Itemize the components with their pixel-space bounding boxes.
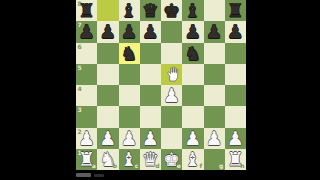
black-pawn[interactable]: ♟: [76, 21, 97, 42]
white-pawn[interactable]: ♟: [140, 128, 161, 149]
square-f7[interactable]: ♟: [182, 21, 203, 42]
white-rook[interactable]: ♜: [76, 149, 97, 170]
square-d5[interactable]: [140, 64, 161, 85]
square-c6[interactable]: ♞: [119, 43, 140, 64]
black-pawn[interactable]: ♟: [97, 21, 118, 42]
white-pawn[interactable]: ♟: [161, 85, 182, 106]
square-a8[interactable]: 8♜: [76, 0, 97, 21]
square-b4[interactable]: [97, 85, 118, 106]
square-g7[interactable]: ♟: [204, 21, 225, 42]
white-pawn[interactable]: ♟: [119, 128, 140, 149]
black-bishop[interactable]: ♝: [182, 0, 203, 21]
black-pawn[interactable]: ♟: [225, 21, 246, 42]
square-d2[interactable]: ♟: [140, 128, 161, 149]
black-bishop[interactable]: ♝: [119, 0, 140, 21]
black-rook[interactable]: ♜: [225, 0, 246, 21]
square-b5[interactable]: [97, 64, 118, 85]
black-pawn[interactable]: ♟: [119, 21, 140, 42]
square-f6[interactable]: ♞: [182, 43, 203, 64]
rank-label-5: 5: [78, 65, 82, 71]
square-e5[interactable]: [161, 64, 182, 85]
square-h6[interactable]: [225, 43, 246, 64]
square-c4[interactable]: [119, 85, 140, 106]
black-king[interactable]: ♚: [161, 0, 182, 21]
square-c3[interactable]: [119, 106, 140, 127]
square-d1[interactable]: d♛: [140, 149, 161, 170]
square-c2[interactable]: ♟: [119, 128, 140, 149]
square-g5[interactable]: [204, 64, 225, 85]
square-b7[interactable]: ♟: [97, 21, 118, 42]
square-h3[interactable]: [225, 106, 246, 127]
square-g8[interactable]: [204, 0, 225, 21]
white-pawn[interactable]: ♟: [204, 128, 225, 149]
white-pawn[interactable]: ♟: [182, 128, 203, 149]
square-e6[interactable]: [161, 43, 182, 64]
white-bishop[interactable]: ♝: [119, 149, 140, 170]
square-f2[interactable]: ♟: [182, 128, 203, 149]
square-h2[interactable]: ♟: [225, 128, 246, 149]
square-d6[interactable]: [140, 43, 161, 64]
square-f3[interactable]: [182, 106, 203, 127]
square-g2[interactable]: ♟: [204, 128, 225, 149]
square-h1[interactable]: h♜: [225, 149, 246, 170]
square-a1[interactable]: 1a♜: [76, 149, 97, 170]
square-c7[interactable]: ♟: [119, 21, 140, 42]
white-king[interactable]: ♚: [161, 149, 182, 170]
square-a7[interactable]: 7♟: [76, 21, 97, 42]
square-b3[interactable]: [97, 106, 118, 127]
square-f8[interactable]: ♝: [182, 0, 203, 21]
chess-board: 8♜♝♛♚♝♜7♟♟♟♟♟♟♟6♞♞54♟32♟♟♟♟♟♟♟1a♜b♞c♝d♛e…: [76, 0, 246, 170]
black-pawn[interactable]: ♟: [204, 21, 225, 42]
bottom-bar-artifact: [76, 173, 91, 177]
file-label-g: g: [219, 163, 223, 169]
square-a3[interactable]: 3: [76, 106, 97, 127]
black-knight[interactable]: ♞: [119, 43, 140, 64]
square-c8[interactable]: ♝: [119, 0, 140, 21]
white-pawn[interactable]: ♟: [76, 128, 97, 149]
square-h5[interactable]: [225, 64, 246, 85]
square-c1[interactable]: c♝: [119, 149, 140, 170]
bottom-bar-artifact: [94, 174, 104, 177]
square-e3[interactable]: [161, 106, 182, 127]
square-h4[interactable]: [225, 85, 246, 106]
white-knight[interactable]: ♞: [97, 149, 118, 170]
square-g1[interactable]: g: [204, 149, 225, 170]
square-e7[interactable]: [161, 21, 182, 42]
white-pawn[interactable]: ♟: [97, 128, 118, 149]
square-b6[interactable]: [97, 43, 118, 64]
square-d3[interactable]: [140, 106, 161, 127]
square-g3[interactable]: [204, 106, 225, 127]
square-a4[interactable]: 4: [76, 85, 97, 106]
black-rook[interactable]: ♜: [76, 0, 97, 21]
square-b8[interactable]: [97, 0, 118, 21]
bottom-letterbox-bar: [0, 170, 320, 180]
square-g6[interactable]: [204, 43, 225, 64]
white-bishop[interactable]: ♝: [182, 149, 203, 170]
rank-label-4: 4: [78, 86, 82, 92]
rank-label-6: 6: [78, 44, 82, 50]
square-d7[interactable]: ♟: [140, 21, 161, 42]
white-pawn[interactable]: ♟: [225, 128, 246, 149]
square-f4[interactable]: [182, 85, 203, 106]
square-h7[interactable]: ♟: [225, 21, 246, 42]
square-h8[interactable]: ♜: [225, 0, 246, 21]
square-f1[interactable]: f♝: [182, 149, 203, 170]
video-frame: 8♜♝♛♚♝♜7♟♟♟♟♟♟♟6♞♞54♟32♟♟♟♟♟♟♟1a♜b♞c♝d♛e…: [0, 0, 320, 180]
square-e1[interactable]: e♚: [161, 149, 182, 170]
square-a5[interactable]: 5: [76, 64, 97, 85]
square-a6[interactable]: 6: [76, 43, 97, 64]
square-a2[interactable]: 2♟: [76, 128, 97, 149]
square-e2[interactable]: [161, 128, 182, 149]
square-g4[interactable]: [204, 85, 225, 106]
rank-label-3: 3: [78, 107, 82, 113]
square-f5[interactable]: [182, 64, 203, 85]
black-knight[interactable]: ♞: [182, 43, 203, 64]
square-e8[interactable]: ♚: [161, 0, 182, 21]
square-e4[interactable]: ♟: [161, 85, 182, 106]
black-queen[interactable]: ♛: [140, 0, 161, 21]
white-rook[interactable]: ♜: [225, 149, 246, 170]
square-c5[interactable]: [119, 64, 140, 85]
grab-hand-cursor-icon: [165, 65, 180, 82]
black-pawn[interactable]: ♟: [182, 21, 203, 42]
square-d4[interactable]: [140, 85, 161, 106]
white-queen[interactable]: ♛: [140, 149, 161, 170]
square-b2[interactable]: ♟: [97, 128, 118, 149]
square-b1[interactable]: b♞: [97, 149, 118, 170]
square-d8[interactable]: ♛: [140, 0, 161, 21]
black-pawn[interactable]: ♟: [140, 21, 161, 42]
